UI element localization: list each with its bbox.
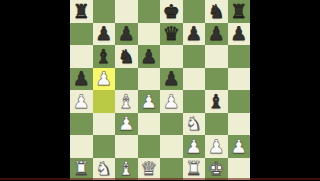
square-b7[interactable]: ♟ [93,23,116,46]
square-c5[interactable] [115,68,138,91]
square-c7[interactable]: ♟ [115,23,138,46]
square-f3[interactable]: ♞ [183,113,206,136]
square-e5[interactable]: ♟ [160,68,183,91]
white-pawn-icon[interactable]: ♟ [140,92,157,111]
square-a7[interactable] [70,23,93,46]
black-pawn-icon[interactable]: ♟ [118,24,135,43]
white-knight-icon[interactable]: ♞ [95,159,112,178]
square-f1[interactable]: ♜ [183,158,206,181]
square-f8[interactable] [183,0,206,23]
black-pawn-icon[interactable]: ♟ [95,24,112,43]
square-e1[interactable] [160,158,183,181]
square-a8[interactable]: ♜ [70,0,93,23]
square-d7[interactable] [138,23,161,46]
square-d6[interactable]: ♟ [138,45,161,68]
square-e4[interactable]: ♟ [160,90,183,113]
square-b3[interactable] [93,113,116,136]
square-g2[interactable]: ♟ [205,135,228,158]
square-f5[interactable] [183,68,206,91]
square-g8[interactable]: ♞ [205,0,228,23]
square-d2[interactable] [138,135,161,158]
square-e7[interactable]: ♛ [160,23,183,46]
black-rook-icon[interactable]: ♜ [230,2,247,21]
white-knight-icon[interactable]: ♞ [185,114,202,133]
white-queen-icon[interactable]: ♛ [140,159,157,178]
square-c8[interactable] [115,0,138,23]
square-h8[interactable]: ♜ [228,0,251,23]
white-pawn-icon[interactable]: ♟ [230,137,247,156]
square-h7[interactable]: ♟ [228,23,251,46]
square-f2[interactable]: ♟ [183,135,206,158]
black-king-icon[interactable]: ♚ [163,2,180,21]
white-pawn-icon[interactable]: ♟ [163,92,180,111]
square-e8[interactable]: ♚ [160,0,183,23]
black-pawn-icon[interactable]: ♟ [208,24,225,43]
square-c6[interactable]: ♞ [115,45,138,68]
black-rook-icon[interactable]: ♜ [73,2,90,21]
square-a4[interactable]: ♟ [70,90,93,113]
black-pawn-icon[interactable]: ♟ [73,69,90,88]
square-e6[interactable] [160,45,183,68]
black-knight-icon[interactable]: ♞ [118,47,135,66]
square-h2[interactable]: ♟ [228,135,251,158]
black-pawn-icon[interactable]: ♟ [163,69,180,88]
square-d8[interactable] [138,0,161,23]
square-b4[interactable] [93,90,116,113]
black-bishop-icon[interactable]: ♝ [208,92,225,111]
chessboard: ♜♚♞♜♟♟♛♟♟♟♝♞♟♟♟♟♟♝♟♟♝♟♞♟♟♟♜♞♝♛♜♚ [70,0,250,180]
square-c1[interactable]: ♝ [115,158,138,181]
white-king-icon[interactable]: ♚ [208,159,225,178]
square-h6[interactable] [228,45,251,68]
square-g7[interactable]: ♟ [205,23,228,46]
white-pawn-icon[interactable]: ♟ [208,137,225,156]
square-e3[interactable] [160,113,183,136]
square-f4[interactable] [183,90,206,113]
square-b8[interactable] [93,0,116,23]
black-pawn-icon[interactable]: ♟ [140,47,157,66]
black-bishop-icon[interactable]: ♝ [95,47,112,66]
black-queen-icon[interactable]: ♛ [163,24,180,43]
square-a3[interactable] [70,113,93,136]
square-f7[interactable]: ♟ [183,23,206,46]
square-d5[interactable] [138,68,161,91]
square-b2[interactable] [93,135,116,158]
square-a5[interactable]: ♟ [70,68,93,91]
square-g3[interactable] [205,113,228,136]
white-rook-icon[interactable]: ♜ [73,159,90,178]
square-a1[interactable]: ♜ [70,158,93,181]
bottom-edge-strip [0,178,320,180]
square-a6[interactable] [70,45,93,68]
square-h3[interactable] [228,113,251,136]
square-g5[interactable] [205,68,228,91]
square-h5[interactable] [228,68,251,91]
white-pawn-icon[interactable]: ♟ [118,114,135,133]
square-f6[interactable] [183,45,206,68]
square-g4[interactable]: ♝ [205,90,228,113]
square-b1[interactable]: ♞ [93,158,116,181]
square-e2[interactable] [160,135,183,158]
square-c3[interactable]: ♟ [115,113,138,136]
video-frame: ♜♚♞♜♟♟♛♟♟♟♝♞♟♟♟♟♟♝♟♟♝♟♞♟♟♟♜♞♝♛♜♚ [0,0,320,180]
white-bishop-icon[interactable]: ♝ [118,159,135,178]
black-pawn-icon[interactable]: ♟ [230,24,247,43]
white-pawn-icon[interactable]: ♟ [185,137,202,156]
square-d1[interactable]: ♛ [138,158,161,181]
white-pawn-icon[interactable]: ♟ [95,69,112,88]
square-g1[interactable]: ♚ [205,158,228,181]
square-c2[interactable] [115,135,138,158]
square-d4[interactable]: ♟ [138,90,161,113]
black-knight-icon[interactable]: ♞ [208,2,225,21]
square-h1[interactable] [228,158,251,181]
black-pawn-icon[interactable]: ♟ [185,24,202,43]
white-rook-icon[interactable]: ♜ [185,159,202,178]
square-b5[interactable]: ♟ [93,68,116,91]
white-bishop-icon[interactable]: ♝ [118,92,135,111]
square-a2[interactable] [70,135,93,158]
square-b6[interactable]: ♝ [93,45,116,68]
white-pawn-icon[interactable]: ♟ [73,92,90,111]
square-h4[interactable] [228,90,251,113]
square-d3[interactable] [138,113,161,136]
square-c4[interactable]: ♝ [115,90,138,113]
letterbox-left [0,0,70,180]
letterbox-right [250,0,320,180]
square-g6[interactable] [205,45,228,68]
